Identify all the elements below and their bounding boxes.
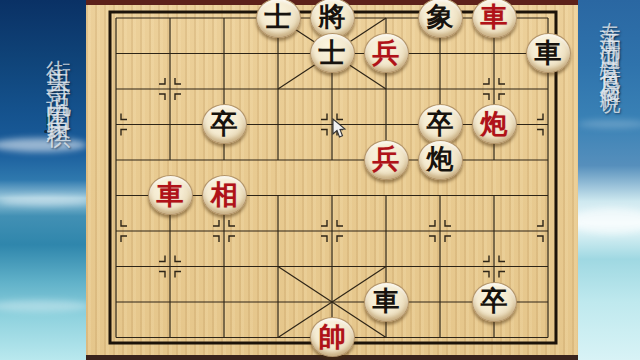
piece-glyph: 炮: [427, 145, 454, 172]
piece-general-black[interactable]: 將: [310, 0, 355, 38]
piece-glyph: 士: [319, 39, 346, 66]
piece-soldier-black[interactable]: 卒: [418, 104, 463, 144]
piece-soldier-black[interactable]: 卒: [472, 282, 517, 322]
piece-glyph: 車: [481, 3, 508, 30]
xiangqi-board[interactable]: 士將象車士兵車卒卒炮兵炮車相車卒帥: [86, 0, 578, 360]
piece-elephant-black[interactable]: 象: [418, 0, 463, 38]
piece-cannon-black[interactable]: 炮: [418, 140, 463, 180]
wave-foam: [0, 196, 90, 206]
piece-elephant-red[interactable]: 相: [202, 175, 247, 215]
piece-glyph: 卒: [427, 110, 454, 137]
left-channel-caption: 街头二哥说中国象棋: [42, 40, 75, 112]
piece-soldier-red[interactable]: 兵: [364, 33, 409, 73]
piece-soldier-red[interactable]: 兵: [364, 140, 409, 180]
piece-glyph: 卒: [211, 110, 238, 137]
piece-chariot-black[interactable]: 車: [364, 282, 409, 322]
wave-foam: [0, 138, 87, 152]
piece-chariot-black[interactable]: 車: [526, 33, 571, 73]
piece-soldier-black[interactable]: 卒: [202, 104, 247, 144]
piece-glyph: 車: [535, 39, 562, 66]
piece-cannon-red[interactable]: 炮: [472, 104, 517, 144]
piece-layer[interactable]: 士將象車士兵車卒卒炮兵炮車相車卒帥: [89, 0, 575, 355]
video-frame: 街头二哥说中国象棋 专注于潮汕口音特色原创解说: [0, 0, 640, 360]
wave-foam: [578, 120, 640, 128]
piece-glyph: 士: [265, 3, 292, 30]
piece-advisor-black[interactable]: 士: [310, 33, 355, 73]
piece-glyph: 車: [157, 181, 184, 208]
piece-glyph: 兵: [373, 39, 400, 66]
mouse-cursor-icon: [332, 118, 347, 139]
windsurfer: [44, 114, 54, 134]
piece-glyph: 卒: [481, 287, 508, 314]
piece-glyph: 帥: [319, 323, 346, 350]
piece-chariot-red[interactable]: 車: [148, 175, 193, 215]
piece-chariot-red[interactable]: 車: [472, 0, 517, 38]
piece-advisor-black[interactable]: 士: [256, 0, 301, 38]
piece-general-red[interactable]: 帥: [310, 317, 355, 357]
wave-foam: [0, 300, 90, 312]
piece-glyph: 象: [427, 3, 454, 30]
piece-glyph: 車: [373, 287, 400, 314]
piece-glyph: 相: [211, 181, 238, 208]
right-channel-caption: 专注于潮汕口音特色原创解说: [596, 5, 624, 83]
piece-glyph: 兵: [373, 145, 400, 172]
piece-glyph: 將: [319, 3, 346, 30]
piece-glyph: 炮: [481, 110, 508, 137]
wave-foam: [572, 208, 640, 234]
